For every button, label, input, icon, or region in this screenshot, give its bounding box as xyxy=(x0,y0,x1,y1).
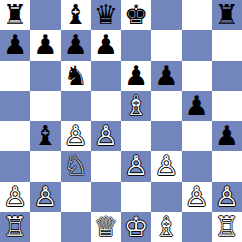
square-e3[interactable]: ♙ xyxy=(121,151,151,181)
square-e8[interactable]: ♚ xyxy=(121,0,151,30)
white-pawn[interactable]: ♙ xyxy=(185,182,209,212)
square-h7[interactable] xyxy=(212,30,242,60)
white-pawn[interactable]: ♙ xyxy=(33,182,57,212)
square-g5[interactable]: ♟ xyxy=(182,91,212,121)
square-c6[interactable]: ♞ xyxy=(61,61,91,91)
square-a5[interactable] xyxy=(0,91,30,121)
square-c4[interactable]: ♙ xyxy=(61,121,91,151)
black-pawn[interactable]: ♟ xyxy=(215,121,239,151)
square-d5[interactable] xyxy=(91,91,121,121)
white-pawn[interactable]: ♙ xyxy=(124,151,148,181)
square-f1[interactable]: ♗ xyxy=(151,212,181,242)
white-queen[interactable]: ♕ xyxy=(94,212,118,242)
black-bishop[interactable]: ♝ xyxy=(33,121,57,151)
white-rook[interactable]: ♖ xyxy=(3,212,27,242)
square-b4[interactable]: ♝ xyxy=(30,121,60,151)
square-g7[interactable] xyxy=(182,30,212,60)
square-e2[interactable] xyxy=(121,182,151,212)
square-d1[interactable]: ♕ xyxy=(91,212,121,242)
square-f4[interactable] xyxy=(151,121,181,151)
square-c1[interactable] xyxy=(61,212,91,242)
black-pawn[interactable]: ♟ xyxy=(33,30,57,60)
square-b6[interactable] xyxy=(30,61,60,91)
square-d7[interactable]: ♟ xyxy=(91,30,121,60)
square-f2[interactable] xyxy=(151,182,181,212)
square-b7[interactable]: ♟ xyxy=(30,30,60,60)
square-f8[interactable] xyxy=(151,0,181,30)
black-bishop[interactable]: ♝ xyxy=(64,0,88,30)
white-pawn[interactable]: ♙ xyxy=(3,182,27,212)
square-e7[interactable] xyxy=(121,30,151,60)
square-c3[interactable]: ♘ xyxy=(61,151,91,181)
square-f6[interactable]: ♟ xyxy=(151,61,181,91)
black-queen[interactable]: ♛ xyxy=(94,0,118,30)
square-e1[interactable]: ♔ xyxy=(121,212,151,242)
black-pawn[interactable]: ♟ xyxy=(3,30,27,60)
square-g2[interactable]: ♙ xyxy=(182,182,212,212)
chess-board: ♜♝♛♚♜♟♟♟♟♞♟♟♗♟♝♙♙♟♘♙♙♙♙♙♙♖♕♔♗♖ xyxy=(0,0,242,242)
square-g4[interactable] xyxy=(182,121,212,151)
black-pawn[interactable]: ♟ xyxy=(124,61,148,91)
square-d4[interactable]: ♙ xyxy=(91,121,121,151)
square-h6[interactable] xyxy=(212,61,242,91)
white-pawn[interactable]: ♙ xyxy=(154,151,178,181)
square-c2[interactable] xyxy=(61,182,91,212)
black-pawn[interactable]: ♟ xyxy=(94,30,118,60)
square-a8[interactable]: ♜ xyxy=(0,0,30,30)
square-b3[interactable] xyxy=(30,151,60,181)
white-pawn[interactable]: ♙ xyxy=(94,121,118,151)
square-g8[interactable] xyxy=(182,0,212,30)
black-pawn[interactable]: ♟ xyxy=(185,91,209,121)
black-rook[interactable]: ♜ xyxy=(3,0,27,30)
square-h1[interactable]: ♖ xyxy=(212,212,242,242)
square-b8[interactable] xyxy=(30,0,60,30)
square-a7[interactable]: ♟ xyxy=(0,30,30,60)
square-a4[interactable] xyxy=(0,121,30,151)
white-pawn[interactable]: ♙ xyxy=(215,182,239,212)
square-g6[interactable] xyxy=(182,61,212,91)
white-rook[interactable]: ♖ xyxy=(215,212,239,242)
square-h8[interactable]: ♜ xyxy=(212,0,242,30)
white-bishop[interactable]: ♗ xyxy=(154,212,178,242)
square-g1[interactable] xyxy=(182,212,212,242)
square-d6[interactable] xyxy=(91,61,121,91)
square-e4[interactable] xyxy=(121,121,151,151)
white-bishop[interactable]: ♗ xyxy=(124,91,148,121)
square-d8[interactable]: ♛ xyxy=(91,0,121,30)
white-pawn[interactable]: ♙ xyxy=(64,121,88,151)
black-pawn[interactable]: ♟ xyxy=(154,61,178,91)
square-e5[interactable]: ♗ xyxy=(121,91,151,121)
square-e6[interactable]: ♟ xyxy=(121,61,151,91)
square-f5[interactable] xyxy=(151,91,181,121)
chess-board-container: ♜♝♛♚♜♟♟♟♟♞♟♟♗♟♝♙♙♟♘♙♙♙♙♙♙♖♕♔♗♖ xyxy=(0,0,242,242)
square-f3[interactable]: ♙ xyxy=(151,151,181,181)
square-c8[interactable]: ♝ xyxy=(61,0,91,30)
white-knight[interactable]: ♘ xyxy=(64,151,88,181)
square-h2[interactable]: ♙ xyxy=(212,182,242,212)
square-c5[interactable] xyxy=(61,91,91,121)
square-f7[interactable] xyxy=(151,30,181,60)
square-c7[interactable]: ♟ xyxy=(61,30,91,60)
black-pawn[interactable]: ♟ xyxy=(64,30,88,60)
square-b2[interactable]: ♙ xyxy=(30,182,60,212)
square-d3[interactable] xyxy=(91,151,121,181)
square-b1[interactable] xyxy=(30,212,60,242)
square-g3[interactable] xyxy=(182,151,212,181)
black-king[interactable]: ♚ xyxy=(124,0,148,30)
black-rook[interactable]: ♜ xyxy=(215,0,239,30)
square-a3[interactable] xyxy=(0,151,30,181)
square-a2[interactable]: ♙ xyxy=(0,182,30,212)
square-h3[interactable] xyxy=(212,151,242,181)
square-a6[interactable] xyxy=(0,61,30,91)
square-d2[interactable] xyxy=(91,182,121,212)
square-h4[interactable]: ♟ xyxy=(212,121,242,151)
square-b5[interactable] xyxy=(30,91,60,121)
white-king[interactable]: ♔ xyxy=(124,212,148,242)
square-a1[interactable]: ♖ xyxy=(0,212,30,242)
square-h5[interactable] xyxy=(212,91,242,121)
black-knight[interactable]: ♞ xyxy=(64,61,88,91)
